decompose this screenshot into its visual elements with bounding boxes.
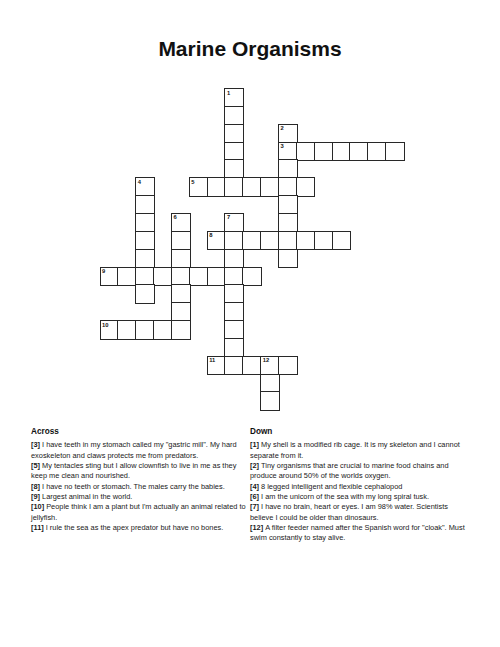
- grid-cell[interactable]: [385, 142, 405, 162]
- grid-cell[interactable]: [135, 231, 155, 251]
- down-clues-section: Down [1]My shell is a modified rib cage.…: [250, 427, 468, 544]
- clue-text: Tiny organisms that are crucial to marin…: [250, 461, 449, 480]
- grid-cell[interactable]: [207, 177, 227, 197]
- clue-number: 10: [102, 322, 108, 329]
- grid-cell[interactable]: 9: [100, 267, 120, 287]
- grid-cell[interactable]: [135, 249, 155, 269]
- grid-cell[interactable]: [171, 302, 191, 322]
- grid-cell[interactable]: [224, 177, 244, 197]
- grid-cell[interactable]: [260, 231, 280, 251]
- grid-cell[interactable]: 11: [207, 356, 227, 376]
- grid-cell[interactable]: [224, 106, 244, 126]
- clue-text: I have no teeth or stomach. The males ca…: [42, 482, 225, 491]
- grid-cell[interactable]: [349, 142, 369, 162]
- grid-cell[interactable]: [224, 267, 244, 287]
- grid-cell[interactable]: [171, 231, 191, 251]
- grid-cell[interactable]: 2: [278, 124, 298, 144]
- clue-down-4: [4]8 legged intelligent and flexible cep…: [250, 482, 468, 492]
- clue-down-12: [12]A filter feeder named after the Span…: [250, 523, 468, 544]
- grid-cell[interactable]: [224, 320, 244, 340]
- grid-cell[interactable]: [242, 267, 262, 287]
- clue-number: 5: [191, 179, 194, 186]
- grid-cell[interactable]: [135, 213, 155, 233]
- grid-cell[interactable]: [278, 195, 298, 215]
- clue-number: 4: [138, 179, 141, 186]
- grid-cell[interactable]: [260, 177, 280, 197]
- clue-down-2: [2]Tiny organisms that are crucial to ma…: [250, 461, 468, 482]
- clue-across-11: [11]I rule the sea as the apex predator …: [31, 523, 249, 533]
- clue-number: 9: [102, 268, 105, 275]
- clue-number-label: [2]: [250, 461, 259, 470]
- clue-number: 3: [281, 143, 284, 150]
- grid-cell[interactable]: [207, 267, 227, 287]
- grid-cell[interactable]: 8: [207, 231, 227, 251]
- grid-cell[interactable]: [278, 249, 298, 269]
- grid-cell[interactable]: [278, 356, 298, 376]
- clue-number: 12: [263, 357, 269, 364]
- clue-number-label: [5]: [31, 461, 40, 470]
- grid-cell[interactable]: [171, 267, 191, 287]
- grid-cell[interactable]: [117, 267, 137, 287]
- grid-cell[interactable]: [224, 159, 244, 179]
- clue-number: 2: [281, 125, 284, 132]
- grid-cell[interactable]: [153, 267, 173, 287]
- grid-cell[interactable]: [224, 302, 244, 322]
- clue-text: My tentacles sting but I allow clownfish…: [31, 461, 236, 480]
- grid-cell[interactable]: [224, 231, 244, 251]
- clue-across-5: [5]My tentacles sting but I allow clownf…: [31, 461, 249, 482]
- grid-cell[interactable]: [224, 284, 244, 304]
- clue-down-1: [1]My shell is a modified rib cage. It i…: [250, 440, 468, 461]
- clue-number: 7: [227, 214, 230, 221]
- clue-number-label: [11]: [31, 523, 44, 532]
- clue-number-label: [10]: [31, 502, 44, 511]
- grid-cell[interactable]: 4: [135, 177, 155, 197]
- grid-cell[interactable]: [242, 231, 262, 251]
- grid-cell[interactable]: 3: [278, 142, 298, 162]
- grid-cell[interactable]: [278, 177, 298, 197]
- grid-cell[interactable]: [135, 267, 155, 287]
- grid-cell[interactable]: 1: [224, 88, 244, 108]
- clue-down-7: [7]I have no brain, heart or eyes. I am …: [250, 502, 468, 523]
- clue-number-label: [7]: [250, 502, 259, 511]
- clue-number-label: [9]: [31, 492, 40, 501]
- clue-text: A filter feeder named after the Spanish …: [250, 523, 465, 542]
- grid-cell[interactable]: [171, 284, 191, 304]
- clue-number: 1: [227, 90, 230, 97]
- clue-down-6: [6]I am the unicorn of the sea with my l…: [250, 492, 468, 502]
- grid-cell[interactable]: [171, 249, 191, 269]
- grid-cell[interactable]: [296, 177, 316, 197]
- clue-text: 8 legged intelligent and flexible cephal…: [261, 482, 402, 491]
- grid-cell[interactable]: [278, 213, 298, 233]
- clue-across-8: [8]I have no teeth or stomach. The males…: [31, 482, 249, 492]
- grid-cell[interactable]: [135, 195, 155, 215]
- clue-text: I have teeth in my stomach called my "ga…: [31, 440, 237, 459]
- grid-cell[interactable]: 7: [224, 213, 244, 233]
- grid-cell[interactable]: 10: [100, 320, 120, 340]
- grid-cell[interactable]: [367, 142, 387, 162]
- grid-cell[interactable]: [332, 142, 352, 162]
- grid-cell[interactable]: [296, 142, 316, 162]
- grid-cell[interactable]: [260, 391, 280, 411]
- clue-across-3: [3]I have teeth in my stomach called my …: [31, 440, 249, 461]
- clue-text: I have no brain, heart or eyes. I am 98%…: [250, 502, 448, 521]
- grid-cell[interactable]: [242, 356, 262, 376]
- clue-number-label: [6]: [250, 492, 259, 501]
- grid-cell[interactable]: [189, 267, 209, 287]
- grid-cell[interactable]: [224, 249, 244, 269]
- grid-cell[interactable]: [278, 231, 298, 251]
- clue-number-label: [12]: [250, 523, 263, 532]
- clue-text: My shell is a modified rib cage. It is m…: [250, 440, 460, 459]
- grid-cell[interactable]: [117, 320, 137, 340]
- clue-number-label: [8]: [31, 482, 40, 491]
- clue-across-9: [9]Largest animal in the world.: [31, 492, 249, 502]
- down-header: Down: [250, 427, 468, 437]
- clue-text: I am the unicorn of the sea with my long…: [261, 492, 429, 501]
- clue-text: People think I am a plant but I'm actual…: [31, 502, 246, 521]
- grid-cell[interactable]: [135, 284, 155, 304]
- grid-cell[interactable]: 12: [260, 356, 280, 376]
- clue-number-label: [4]: [250, 482, 259, 491]
- puzzle-page: Marine Organisms 123456789101112 Across …: [0, 0, 500, 647]
- clue-number: 11: [209, 357, 215, 364]
- clue-number: 6: [173, 214, 176, 221]
- grid-cell[interactable]: [242, 177, 262, 197]
- clue-text: Largest animal in the world.: [42, 492, 132, 501]
- page-title: Marine Organisms: [0, 38, 500, 60]
- grid-cell[interactable]: [278, 159, 298, 179]
- across-clues-section: Across [3]I have teeth in my stomach cal…: [31, 427, 249, 533]
- grid-cell[interactable]: [296, 231, 316, 251]
- grid-cell[interactable]: 5: [189, 177, 209, 197]
- clue-number: 8: [209, 232, 212, 239]
- grid-cell[interactable]: [314, 231, 334, 251]
- grid-cell[interactable]: [224, 124, 244, 144]
- grid-cell[interactable]: [314, 142, 334, 162]
- clue-text: I rule the sea as the apex predator but …: [46, 523, 224, 532]
- crossword-grid: 123456789101112: [100, 88, 405, 410]
- grid-cell[interactable]: [224, 356, 244, 376]
- grid-cell[interactable]: [135, 320, 155, 340]
- grid-cell[interactable]: [224, 142, 244, 162]
- grid-cell[interactable]: [260, 374, 280, 394]
- across-header: Across: [31, 427, 249, 437]
- grid-cell[interactable]: [332, 231, 352, 251]
- grid-cell[interactable]: [153, 320, 173, 340]
- clue-across-10: [10]People think I am a plant but I'm ac…: [31, 502, 249, 523]
- grid-cell[interactable]: 6: [171, 213, 191, 233]
- grid-cell[interactable]: [171, 320, 191, 340]
- clue-number-label: [3]: [31, 440, 40, 449]
- grid-cell[interactable]: [224, 338, 244, 358]
- clue-number-label: [1]: [250, 440, 259, 449]
